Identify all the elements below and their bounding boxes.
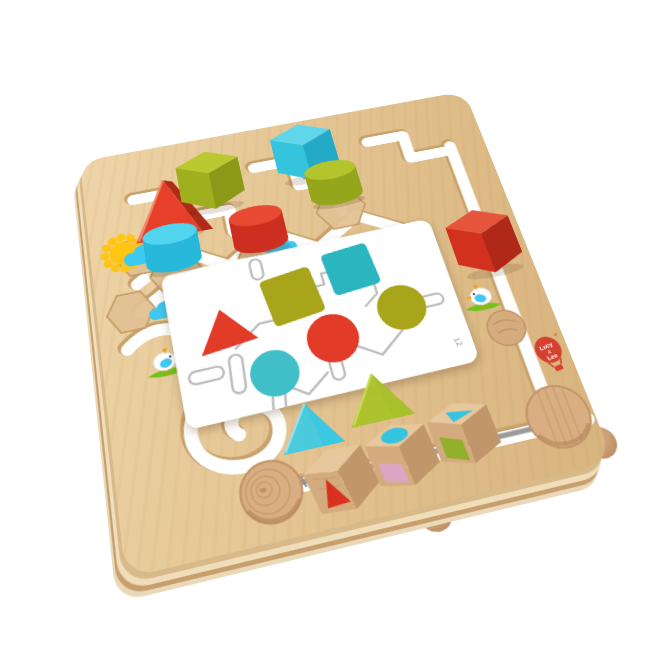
card-olive-square — [258, 266, 326, 327]
card-red-triangle — [194, 303, 260, 357]
card-teal-square — [320, 242, 382, 296]
product-photo-toy-maze-board: Lucy & Leo + — [0, 0, 660, 660]
maze-board: Lucy & Leo + — [80, 91, 614, 578]
card-red-circle — [302, 309, 366, 368]
card-olive-circle — [371, 280, 432, 334]
sparkle-icon: + — [551, 330, 559, 338]
card-teal-circle — [246, 345, 305, 401]
card-number: 12 — [453, 336, 464, 347]
